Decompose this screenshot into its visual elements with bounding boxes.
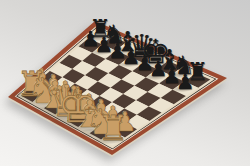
chess-board (0, 0, 250, 166)
photo-scene: ♜♞♝♛♚♝♞♜♟♟♟♟♟♟♟♟♟♟♟♟♟♟♟♟♜♞♝♛♚♝♞♜ (0, 0, 250, 166)
